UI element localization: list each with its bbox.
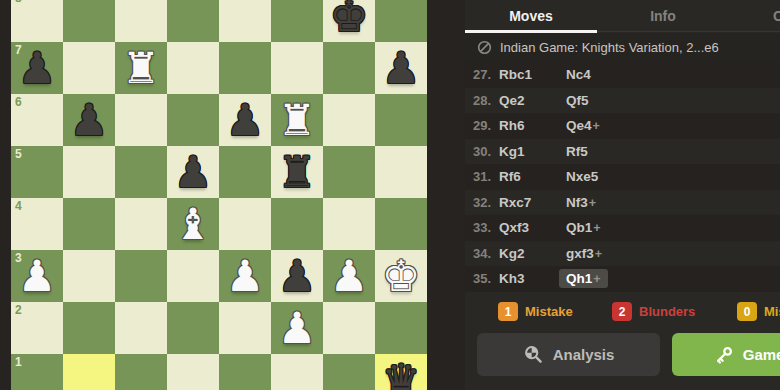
square-a5[interactable]: 5 xyxy=(11,146,63,198)
rank-label-6: 6 xyxy=(15,96,22,108)
piece-black-pawn[interactable]: ♟ xyxy=(63,94,115,146)
square-e1[interactable] xyxy=(219,354,271,390)
square-d7[interactable] xyxy=(167,42,219,94)
rank-label-4: 4 xyxy=(15,200,22,212)
rank-label-1: 1 xyxy=(15,356,22,368)
square-h6[interactable] xyxy=(375,94,427,146)
move-row-29: 29.Rh6Qe4+ xyxy=(465,113,780,139)
move-san[interactable]: Rh6 xyxy=(499,118,566,133)
moves-panel: Moves Info O Indian Game: Knights Variat… xyxy=(465,0,780,390)
square-b2[interactable] xyxy=(63,302,115,354)
move-san[interactable]: gxf3+ xyxy=(566,246,780,261)
rank-label-8: 8 xyxy=(15,0,22,4)
move-row-30: 30.Kg1Rf5 xyxy=(465,139,780,165)
square-g2[interactable] xyxy=(323,302,375,354)
square-a2[interactable]: 2 xyxy=(11,302,63,354)
summary-count-badge: 0 xyxy=(737,302,757,321)
piece-black-pawn[interactable]: ♟ xyxy=(11,42,63,94)
move-number: 28. xyxy=(473,93,499,108)
square-b7[interactable] xyxy=(63,42,115,94)
square-g8[interactable]: ♚ xyxy=(323,0,375,42)
square-c1[interactable] xyxy=(115,354,167,390)
move-san[interactable]: Qf5 xyxy=(566,93,780,108)
piece-black-pawn[interactable]: ♟ xyxy=(167,146,219,198)
square-h8[interactable] xyxy=(375,0,427,42)
move-number: 32. xyxy=(473,195,499,210)
move-san[interactable]: Qb1+ xyxy=(566,220,780,235)
move-san[interactable]: Nxe5 xyxy=(566,169,780,184)
analysis-magnifier-icon xyxy=(523,344,544,365)
square-f4[interactable] xyxy=(271,198,323,250)
move-row-31: 31.Rf6Nxe5 xyxy=(465,164,780,190)
square-b4[interactable] xyxy=(63,198,115,250)
square-d3[interactable] xyxy=(167,250,219,302)
piece-black-rook[interactable]: ♜ xyxy=(271,146,323,198)
square-e4[interactable] xyxy=(219,198,271,250)
square-c3[interactable] xyxy=(115,250,167,302)
key-icon xyxy=(714,345,734,365)
piece-black-king[interactable]: ♚ xyxy=(323,0,375,42)
summary-count-badge: 2 xyxy=(612,302,632,321)
square-a7[interactable]: 7♟ xyxy=(11,42,63,94)
square-e5[interactable] xyxy=(219,146,271,198)
square-e3[interactable]: ♟ xyxy=(219,250,271,302)
piece-white-pawn[interactable]: ♟ xyxy=(11,250,63,302)
square-g5[interactable] xyxy=(323,146,375,198)
move-san[interactable]: Kh3 xyxy=(499,271,566,286)
move-san[interactable]: Rbc1 xyxy=(499,67,566,82)
square-b6[interactable]: ♟ xyxy=(63,94,115,146)
move-number: 34. xyxy=(473,246,499,261)
piece-white-pawn[interactable]: ♟ xyxy=(323,250,375,302)
square-a3[interactable]: 3♟ xyxy=(11,250,63,302)
opening-row[interactable]: Indian Game: Knights Variation, 2...e6 xyxy=(465,33,780,62)
move-number: 31. xyxy=(473,169,499,184)
move-quality-summary: 1Mistake2Blunders0Misses xyxy=(465,302,780,324)
square-g4[interactable] xyxy=(323,198,375,250)
summary-misses: 0Misses xyxy=(737,302,780,321)
chess-board[interactable]: 8♚7♟♜♟6♟♟♜5♟♜4♝3♟♟♟♟♚2♟1♛ xyxy=(11,0,427,390)
piece-white-pawn[interactable]: ♟ xyxy=(219,250,271,302)
square-e8[interactable] xyxy=(219,0,271,42)
move-san[interactable]: Nf3+ xyxy=(566,195,780,210)
opening-name: Indian Game: Knights Variation, 2...e6 xyxy=(500,40,719,55)
square-a6[interactable]: 6 xyxy=(11,94,63,146)
square-h1[interactable]: ♛ xyxy=(375,354,427,390)
summary-blunders: 2Blunders xyxy=(612,302,695,321)
square-b3[interactable] xyxy=(63,250,115,302)
square-f7[interactable] xyxy=(271,42,323,94)
move-row-35: 35.Kh3Qh1+ xyxy=(465,266,780,292)
piece-black-pawn[interactable]: ♟ xyxy=(271,250,323,302)
square-e6[interactable]: ♟ xyxy=(219,94,271,146)
square-a8[interactable]: 8 xyxy=(11,0,63,42)
square-d2[interactable] xyxy=(167,302,219,354)
move-san[interactable]: Qe4+ xyxy=(566,118,780,133)
move-san[interactable]: Rf5 xyxy=(566,144,780,159)
summary-mistake: 1Mistake xyxy=(498,302,573,321)
move-row-27: 27.Rbc1Nc4 xyxy=(465,62,780,88)
rank-label-2: 2 xyxy=(15,304,22,316)
square-e7[interactable] xyxy=(219,42,271,94)
square-b5[interactable] xyxy=(63,146,115,198)
square-b1[interactable] xyxy=(63,354,115,390)
move-san[interactable]: Nc4 xyxy=(566,67,780,82)
move-number: 33. xyxy=(473,220,499,235)
panel-tab-bar: Moves Info xyxy=(465,0,780,32)
tab-partial[interactable]: O xyxy=(773,8,780,24)
square-f3[interactable]: ♟ xyxy=(271,250,323,302)
piece-white-king[interactable]: ♚ xyxy=(375,250,427,302)
square-c7[interactable]: ♜ xyxy=(115,42,167,94)
square-d4[interactable]: ♝ xyxy=(167,198,219,250)
square-c8[interactable] xyxy=(115,0,167,42)
square-f1[interactable] xyxy=(271,354,323,390)
square-d8[interactable] xyxy=(167,0,219,42)
summary-count-badge: 1 xyxy=(498,302,518,321)
tab-moves[interactable]: Moves xyxy=(465,0,597,31)
square-b8[interactable] xyxy=(63,0,115,42)
square-f2[interactable]: ♟ xyxy=(271,302,323,354)
move-list: 27.Rbc1Nc428.Qe2Qf529.Rh6Qe4+30.Kg1Rf531… xyxy=(465,62,780,292)
move-san[interactable]: Kg1 xyxy=(499,144,566,159)
move-san[interactable]: Qe2 xyxy=(499,93,566,108)
move-san[interactable]: Rxc7 xyxy=(499,195,566,210)
tab-info[interactable]: Info xyxy=(597,0,729,31)
move-number: 29. xyxy=(473,118,499,133)
move-san[interactable]: Qxf3 xyxy=(499,220,566,235)
game-review-button-label: Game Review xyxy=(743,346,780,363)
square-g7[interactable] xyxy=(323,42,375,94)
square-h7[interactable]: ♟ xyxy=(375,42,427,94)
summary-label: Mistake xyxy=(525,304,573,319)
square-h2[interactable] xyxy=(375,302,427,354)
summary-label: Blunders xyxy=(639,304,695,319)
piece-white-bishop[interactable]: ♝ xyxy=(167,198,219,250)
move-row-34: 34.Kg2gxf3+ xyxy=(465,241,780,267)
square-a4[interactable]: 4 xyxy=(11,198,63,250)
piece-white-rook[interactable]: ♜ xyxy=(271,94,323,146)
move-san[interactable]: Kg2 xyxy=(499,246,566,261)
square-d1[interactable] xyxy=(167,354,219,390)
piece-black-queen[interactable]: ♛ xyxy=(375,354,427,390)
move-san[interactable]: Qh1+ xyxy=(566,271,780,286)
move-row-28: 28.Qe2Qf5 xyxy=(465,88,780,114)
piece-black-pawn[interactable]: ♟ xyxy=(219,94,271,146)
square-c4[interactable] xyxy=(115,198,167,250)
analysis-button-label: Analysis xyxy=(553,346,615,363)
square-f8[interactable] xyxy=(271,0,323,42)
square-c5[interactable] xyxy=(115,146,167,198)
square-c6[interactable] xyxy=(115,94,167,146)
move-row-32: 32.Rxc7Nf3+ xyxy=(465,190,780,216)
summary-label: Misses xyxy=(764,304,780,319)
move-row-33: 33.Qxf3Qb1+ xyxy=(465,215,780,241)
no-book-icon xyxy=(477,40,492,55)
square-h4[interactable] xyxy=(375,198,427,250)
square-g1[interactable] xyxy=(323,354,375,390)
square-e2[interactable] xyxy=(219,302,271,354)
move-number: 27. xyxy=(473,67,499,82)
piece-black-pawn[interactable]: ♟ xyxy=(375,42,427,94)
square-h3[interactable]: ♚ xyxy=(375,250,427,302)
rank-label-5: 5 xyxy=(15,148,22,160)
square-f6[interactable]: ♜ xyxy=(271,94,323,146)
square-d6[interactable] xyxy=(167,94,219,146)
square-a1[interactable]: 1 xyxy=(11,354,63,390)
square-g6[interactable] xyxy=(323,94,375,146)
game-review-button[interactable]: Game Review xyxy=(672,333,780,376)
piece-white-pawn[interactable]: ♟ xyxy=(271,302,323,354)
square-d5[interactable]: ♟ xyxy=(167,146,219,198)
square-h5[interactable] xyxy=(375,146,427,198)
move-san[interactable]: Rf6 xyxy=(499,169,566,184)
piece-white-rook[interactable]: ♜ xyxy=(115,42,167,94)
move-number: 35. xyxy=(473,271,499,286)
analysis-button[interactable]: Analysis xyxy=(477,333,660,376)
square-f5[interactable]: ♜ xyxy=(271,146,323,198)
square-g3[interactable]: ♟ xyxy=(323,250,375,302)
move-number: 30. xyxy=(473,144,499,159)
square-c2[interactable] xyxy=(115,302,167,354)
